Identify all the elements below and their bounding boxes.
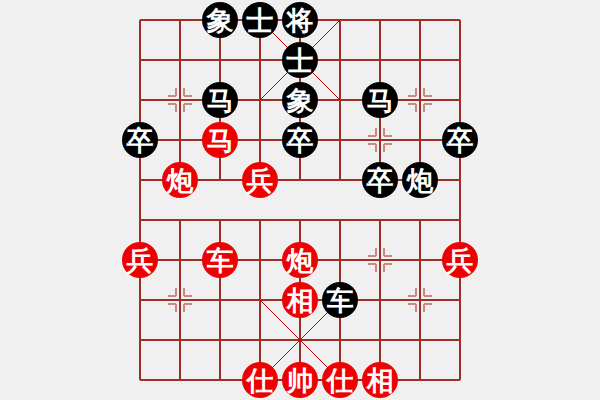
piece-label: 帅 (287, 367, 314, 394)
board-point-8-9 (440, 360, 480, 400)
piece-black-elephant[interactable]: 象 (282, 82, 318, 118)
piece-black-cannon[interactable]: 炮 (402, 162, 438, 198)
board-point-4-2: 象 (280, 80, 320, 120)
board-point-3-5 (240, 200, 280, 240)
board-point-1-4: 炮 (160, 160, 200, 200)
board-point-8-8 (440, 320, 480, 360)
piece-black-advisor[interactable]: 士 (242, 2, 278, 38)
board-point-5-5 (320, 200, 360, 240)
board-point-4-5 (280, 200, 320, 240)
piece-red-horse[interactable]: 马 (202, 122, 238, 158)
board-point-4-6: 炮 (280, 240, 320, 280)
board-point-1-2 (160, 80, 200, 120)
board-point-1-7 (160, 280, 200, 320)
board-point-2-3: 马 (200, 120, 240, 160)
board-point-5-8 (320, 320, 360, 360)
piece-red-soldier[interactable]: 兵 (442, 242, 478, 278)
board-point-0-1 (120, 40, 160, 80)
board-point-6-4: 卒 (360, 160, 400, 200)
board-point-2-7 (200, 280, 240, 320)
piece-black-horse[interactable]: 马 (362, 82, 398, 118)
board-point-7-2 (400, 80, 440, 120)
board-point-3-4: 兵 (240, 160, 280, 200)
board-point-7-0 (400, 0, 440, 40)
board-point-3-2 (240, 80, 280, 120)
piece-red-elephant[interactable]: 相 (362, 362, 398, 398)
board-point-8-3: 卒 (440, 120, 480, 160)
board-point-1-8 (160, 320, 200, 360)
piece-black-horse[interactable]: 马 (202, 82, 238, 118)
board-point-7-1 (400, 40, 440, 80)
board-point-3-8 (240, 320, 280, 360)
piece-red-soldier[interactable]: 兵 (242, 162, 278, 198)
board-point-3-1 (240, 40, 280, 80)
board-point-0-2 (120, 80, 160, 120)
board-point-6-1 (360, 40, 400, 80)
board-point-0-4 (120, 160, 160, 200)
board-point-7-5 (400, 200, 440, 240)
board-point-3-7 (240, 280, 280, 320)
board-point-5-4 (320, 160, 360, 200)
piece-label: 象 (207, 7, 234, 34)
board-point-1-3 (160, 120, 200, 160)
piece-red-cannon[interactable]: 炮 (282, 242, 318, 278)
piece-red-elephant[interactable]: 相 (282, 282, 318, 318)
board-point-2-5 (200, 200, 240, 240)
piece-black-soldier[interactable]: 卒 (282, 122, 318, 158)
board-point-7-6 (400, 240, 440, 280)
piece-label: 兵 (247, 167, 274, 194)
board-point-7-8 (400, 320, 440, 360)
piece-label: 马 (367, 87, 394, 114)
board-point-7-3 (400, 120, 440, 160)
board-point-8-0 (440, 0, 480, 40)
piece-label: 马 (207, 87, 234, 114)
piece-label: 车 (327, 287, 354, 314)
board-point-8-5 (440, 200, 480, 240)
board-point-7-9 (400, 360, 440, 400)
board-point-7-7 (400, 280, 440, 320)
piece-black-soldier[interactable]: 卒 (362, 162, 398, 198)
board-point-4-4 (280, 160, 320, 200)
board-point-4-1: 士 (280, 40, 320, 80)
board-point-0-9 (120, 360, 160, 400)
board-point-0-7 (120, 280, 160, 320)
board-points: 象士将士马象马卒马卒卒炮兵卒炮兵车炮兵相车仕帅仕相 (120, 0, 480, 400)
piece-label: 车 (207, 247, 234, 274)
piece-label: 兵 (447, 247, 474, 274)
piece-black-general[interactable]: 将 (282, 2, 318, 38)
board-point-2-9 (200, 360, 240, 400)
board-point-8-2 (440, 80, 480, 120)
board-point-4-3: 卒 (280, 120, 320, 160)
board-point-0-5 (120, 200, 160, 240)
piece-label: 炮 (167, 167, 194, 194)
piece-label: 士 (247, 7, 274, 34)
piece-label: 卒 (127, 127, 154, 154)
board-point-3-6 (240, 240, 280, 280)
board-point-5-3 (320, 120, 360, 160)
board-point-0-3: 卒 (120, 120, 160, 160)
board-point-4-8 (280, 320, 320, 360)
board-point-3-9: 仕 (240, 360, 280, 400)
piece-red-cannon[interactable]: 炮 (162, 162, 198, 198)
board-point-0-8 (120, 320, 160, 360)
board-point-2-0: 象 (200, 0, 240, 40)
piece-label: 将 (287, 7, 314, 34)
xiangqi-board: 象士将士马象马卒马卒卒炮兵卒炮兵车炮兵相车仕帅仕相 (0, 0, 600, 400)
piece-black-soldier[interactable]: 卒 (122, 122, 158, 158)
board-point-4-0: 将 (280, 0, 320, 40)
board-point-2-1 (200, 40, 240, 80)
board-point-0-6: 兵 (120, 240, 160, 280)
piece-red-chariot[interactable]: 车 (202, 242, 238, 278)
board-point-5-1 (320, 40, 360, 80)
board-point-2-4 (200, 160, 240, 200)
piece-label: 相 (287, 287, 314, 314)
board-point-5-9: 仕 (320, 360, 360, 400)
piece-label: 仕 (327, 367, 354, 394)
board-point-6-6 (360, 240, 400, 280)
piece-label: 卒 (367, 167, 394, 194)
board-point-2-8 (200, 320, 240, 360)
piece-black-soldier[interactable]: 卒 (442, 122, 478, 158)
board-point-2-6: 车 (200, 240, 240, 280)
piece-label: 相 (367, 367, 394, 394)
board-point-6-9: 相 (360, 360, 400, 400)
piece-label: 士 (287, 47, 314, 74)
board-point-1-0 (160, 0, 200, 40)
piece-label: 仕 (247, 367, 274, 394)
piece-label: 象 (287, 87, 314, 114)
piece-black-elephant[interactable]: 象 (202, 2, 238, 38)
board-point-6-8 (360, 320, 400, 360)
board-point-7-4: 炮 (400, 160, 440, 200)
board-point-1-5 (160, 200, 200, 240)
board-point-6-3 (360, 120, 400, 160)
piece-label: 卒 (447, 127, 474, 154)
board-point-8-4 (440, 160, 480, 200)
board-point-1-1 (160, 40, 200, 80)
board-point-2-2: 马 (200, 80, 240, 120)
board-point-5-2 (320, 80, 360, 120)
board-point-5-7: 车 (320, 280, 360, 320)
board-point-8-7 (440, 280, 480, 320)
piece-label: 兵 (127, 247, 154, 274)
board-point-1-6 (160, 240, 200, 280)
piece-black-advisor[interactable]: 士 (282, 42, 318, 78)
board-point-5-0 (320, 0, 360, 40)
board-point-4-7: 相 (280, 280, 320, 320)
board-point-8-6: 兵 (440, 240, 480, 280)
piece-red-soldier[interactable]: 兵 (122, 242, 158, 278)
board-point-8-1 (440, 40, 480, 80)
board-point-1-9 (160, 360, 200, 400)
board-point-6-5 (360, 200, 400, 240)
piece-red-advisor[interactable]: 仕 (242, 362, 278, 398)
piece-label: 炮 (287, 247, 314, 274)
piece-label: 炮 (407, 167, 434, 194)
piece-label: 马 (207, 127, 234, 154)
piece-label: 卒 (287, 127, 314, 154)
board-point-6-2: 马 (360, 80, 400, 120)
board-point-3-0: 士 (240, 0, 280, 40)
board-point-0-0 (120, 0, 160, 40)
board-point-6-7 (360, 280, 400, 320)
board-point-6-0 (360, 0, 400, 40)
piece-red-general[interactable]: 帅 (282, 362, 318, 398)
board-point-4-9: 帅 (280, 360, 320, 400)
piece-black-chariot[interactable]: 车 (322, 282, 358, 318)
board-point-3-3 (240, 120, 280, 160)
board-point-5-6 (320, 240, 360, 280)
piece-red-advisor[interactable]: 仕 (322, 362, 358, 398)
